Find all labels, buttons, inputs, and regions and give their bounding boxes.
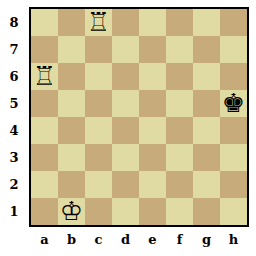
square-c4[interactable] — [85, 117, 112, 144]
square-e3[interactable] — [139, 144, 166, 171]
square-a2[interactable] — [31, 171, 58, 198]
white-rook[interactable]: ♖ — [87, 9, 110, 35]
file-label-a: a — [31, 230, 58, 248]
square-f5[interactable] — [166, 90, 193, 117]
square-h1[interactable] — [220, 198, 247, 225]
square-b5[interactable] — [58, 90, 85, 117]
square-b3[interactable] — [58, 144, 85, 171]
square-f1[interactable] — [166, 198, 193, 225]
square-a8[interactable] — [31, 9, 58, 36]
rank-labels: 87654321 — [2, 9, 26, 225]
square-g7[interactable] — [193, 36, 220, 63]
square-e7[interactable] — [139, 36, 166, 63]
square-b4[interactable] — [58, 117, 85, 144]
square-g6[interactable] — [193, 63, 220, 90]
square-b8[interactable] — [58, 9, 85, 36]
square-b6[interactable] — [58, 63, 85, 90]
square-g3[interactable] — [193, 144, 220, 171]
square-e5[interactable] — [139, 90, 166, 117]
square-e6[interactable] — [139, 63, 166, 90]
square-b7[interactable] — [58, 36, 85, 63]
square-c3[interactable] — [85, 144, 112, 171]
rank-label-7: 7 — [2, 36, 26, 63]
square-h3[interactable] — [220, 144, 247, 171]
square-h6[interactable] — [220, 63, 247, 90]
square-g2[interactable] — [193, 171, 220, 198]
rank-label-3: 3 — [2, 144, 26, 171]
file-label-c: c — [85, 230, 112, 248]
square-f4[interactable] — [166, 117, 193, 144]
square-f7[interactable] — [166, 36, 193, 63]
square-h8[interactable] — [220, 9, 247, 36]
file-labels: abcdefgh — [31, 230, 247, 248]
file-label-e: e — [139, 230, 166, 248]
file-label-h: h — [220, 230, 247, 248]
white-king[interactable]: ♔ — [60, 198, 83, 224]
square-a1[interactable] — [31, 198, 58, 225]
square-c7[interactable] — [85, 36, 112, 63]
file-label-d: d — [112, 230, 139, 248]
rank-label-4: 4 — [2, 117, 26, 144]
rank-label-2: 2 — [2, 171, 26, 198]
rank-label-6: 6 — [2, 63, 26, 90]
square-e2[interactable] — [139, 171, 166, 198]
square-a7[interactable] — [31, 36, 58, 63]
square-g5[interactable] — [193, 90, 220, 117]
square-a6[interactable]: ♖ — [31, 63, 58, 90]
black-king[interactable]: ♚ — [222, 90, 245, 116]
square-c6[interactable] — [85, 63, 112, 90]
square-d7[interactable] — [112, 36, 139, 63]
chess-board: ♖♖♚♔ — [29, 7, 249, 227]
rank-label-8: 8 — [2, 9, 26, 36]
square-h5[interactable]: ♚ — [220, 90, 247, 117]
square-a5[interactable] — [31, 90, 58, 117]
square-f3[interactable] — [166, 144, 193, 171]
square-d3[interactable] — [112, 144, 139, 171]
square-a4[interactable] — [31, 117, 58, 144]
square-g4[interactable] — [193, 117, 220, 144]
square-f2[interactable] — [166, 171, 193, 198]
square-b2[interactable] — [58, 171, 85, 198]
rank-label-5: 5 — [2, 90, 26, 117]
square-c1[interactable] — [85, 198, 112, 225]
file-label-f: f — [166, 230, 193, 248]
square-b1[interactable]: ♔ — [58, 198, 85, 225]
file-label-g: g — [193, 230, 220, 248]
square-e8[interactable] — [139, 9, 166, 36]
square-e1[interactable] — [139, 198, 166, 225]
square-d2[interactable] — [112, 171, 139, 198]
square-c5[interactable] — [85, 90, 112, 117]
square-c2[interactable] — [85, 171, 112, 198]
square-d6[interactable] — [112, 63, 139, 90]
square-a3[interactable] — [31, 144, 58, 171]
rank-label-1: 1 — [2, 198, 26, 225]
square-g1[interactable] — [193, 198, 220, 225]
square-d4[interactable] — [112, 117, 139, 144]
square-c8[interactable]: ♖ — [85, 9, 112, 36]
square-f6[interactable] — [166, 63, 193, 90]
square-h7[interactable] — [220, 36, 247, 63]
white-rook[interactable]: ♖ — [33, 63, 56, 89]
chess-diagram: 87654321 ♖♖♚♔ abcdefgh — [0, 0, 256, 256]
square-h2[interactable] — [220, 171, 247, 198]
square-d5[interactable] — [112, 90, 139, 117]
square-g8[interactable] — [193, 9, 220, 36]
square-e4[interactable] — [139, 117, 166, 144]
square-h4[interactable] — [220, 117, 247, 144]
square-d1[interactable] — [112, 198, 139, 225]
square-d8[interactable] — [112, 9, 139, 36]
square-f8[interactable] — [166, 9, 193, 36]
file-label-b: b — [58, 230, 85, 248]
